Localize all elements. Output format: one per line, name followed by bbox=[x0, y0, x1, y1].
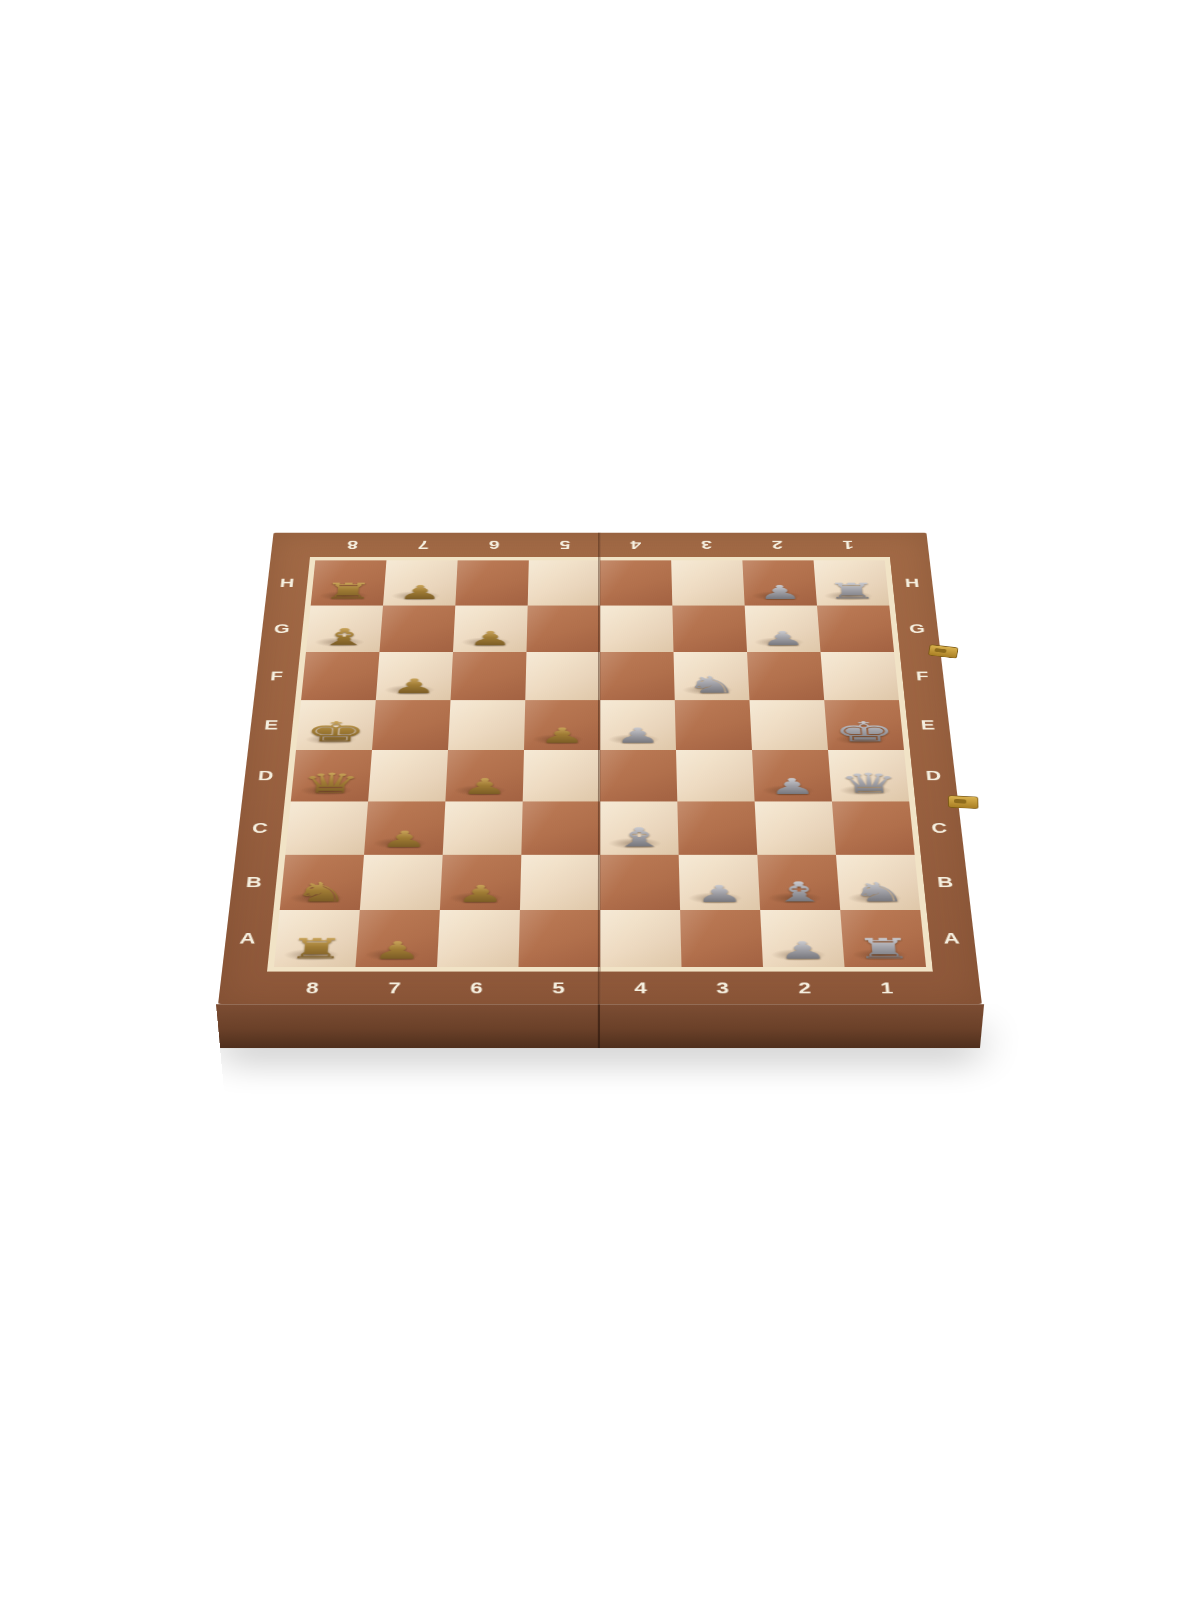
square-d1[interactable]: ♛ bbox=[828, 750, 909, 801]
piece-ground-shadow bbox=[852, 949, 909, 961]
square-h2[interactable]: ♟ bbox=[742, 560, 817, 605]
piece-white-pawn-b3[interactable]: ♟ bbox=[695, 882, 745, 905]
piece-black-pawn-e5[interactable]: ♟ bbox=[539, 725, 586, 746]
square-sheen bbox=[680, 910, 763, 967]
piece-ground-shadow bbox=[364, 949, 420, 961]
piece-white-bishop-b2[interactable]: ♝ bbox=[770, 878, 829, 905]
piece-black-king-e8[interactable]: ♚ bbox=[303, 718, 367, 746]
square-f5[interactable] bbox=[525, 652, 600, 700]
piece-white-pawn-d2[interactable]: ♟ bbox=[768, 776, 817, 798]
piece-ground-shadow bbox=[770, 949, 826, 961]
piece-white-pawn-a2[interactable]: ♟ bbox=[777, 938, 828, 962]
square-sheen bbox=[372, 700, 451, 750]
square-e2[interactable] bbox=[749, 700, 828, 750]
product-photo-canvas: ♜♟♟♜♝♟♟♟♞♚♟♟♚♛♟♟♛♟♝♞♟♟♝♞♜♟♟♜ 87654321876… bbox=[0, 0, 1200, 1600]
square-a5[interactable] bbox=[518, 910, 600, 967]
square-a1[interactable]: ♜ bbox=[840, 910, 926, 967]
coord-label-left-F: F bbox=[262, 668, 293, 683]
square-sheen bbox=[379, 606, 455, 653]
square-h6[interactable] bbox=[455, 560, 528, 605]
board-perspective-stage: ♜♟♟♜♝♟♟♟♞♚♟♟♚♛♟♟♛♟♝♞♟♟♝♞♜♟♟♜ 87654321876… bbox=[248, 398, 952, 1102]
piece-ground-shadow bbox=[448, 892, 503, 904]
square-sheen bbox=[840, 910, 926, 967]
square-sheen bbox=[443, 801, 523, 854]
coord-label-right-H: H bbox=[898, 576, 928, 590]
square-c8[interactable] bbox=[285, 801, 368, 854]
piece-ground-shadow bbox=[767, 892, 822, 904]
square-sheen bbox=[523, 750, 600, 801]
square-g6[interactable]: ♟ bbox=[453, 606, 528, 653]
square-d4[interactable] bbox=[600, 750, 677, 801]
square-sheen bbox=[600, 560, 672, 605]
square-e4[interactable]: ♟ bbox=[600, 700, 676, 750]
piece-black-rook-a8[interactable]: ♜ bbox=[286, 935, 346, 963]
piece-ground-shadow bbox=[847, 892, 903, 904]
coord-label-left-H: H bbox=[273, 576, 303, 590]
square-sheen bbox=[364, 801, 445, 854]
square-d3[interactable] bbox=[676, 750, 755, 801]
square-g3[interactable] bbox=[672, 606, 747, 653]
square-sheen bbox=[749, 700, 828, 750]
square-a8[interactable]: ♜ bbox=[274, 910, 360, 967]
coord-label-top-6: 6 bbox=[480, 538, 508, 552]
square-g8[interactable]: ♝ bbox=[306, 606, 383, 653]
square-a2[interactable]: ♟ bbox=[760, 910, 844, 967]
square-e3[interactable] bbox=[675, 700, 752, 750]
square-f4[interactable] bbox=[600, 652, 675, 700]
square-sheen bbox=[455, 560, 528, 605]
piece-white-rook-h1[interactable]: ♜ bbox=[826, 580, 879, 602]
square-sheen bbox=[448, 700, 525, 750]
square-c5[interactable] bbox=[521, 801, 600, 854]
board-front-edge bbox=[216, 1004, 984, 1048]
coord-label-right-G: G bbox=[902, 621, 932, 636]
piece-black-pawn-c7[interactable]: ♟ bbox=[380, 828, 429, 851]
piece-white-king-e1[interactable]: ♚ bbox=[833, 718, 897, 746]
piece-black-pawn-g6[interactable]: ♟ bbox=[467, 629, 513, 649]
piece-ground-shadow bbox=[373, 838, 427, 849]
square-a7[interactable]: ♟ bbox=[355, 910, 439, 967]
coord-label-top-8: 8 bbox=[338, 538, 367, 552]
piece-white-rook-a1[interactable]: ♜ bbox=[854, 935, 914, 963]
piece-ground-shadow bbox=[688, 892, 743, 904]
coord-label-top-7: 7 bbox=[409, 538, 438, 552]
square-sheen bbox=[600, 606, 674, 653]
square-f1[interactable] bbox=[821, 652, 899, 700]
coord-label-top-4: 4 bbox=[621, 538, 649, 552]
piece-ground-shadow bbox=[839, 785, 893, 796]
piece-black-rook-h8[interactable]: ♜ bbox=[322, 580, 375, 602]
square-c6[interactable] bbox=[443, 801, 523, 854]
piece-black-pawn-b6[interactable]: ♟ bbox=[456, 882, 506, 905]
coord-label-top-1: 1 bbox=[833, 538, 862, 552]
square-sheen bbox=[671, 560, 744, 605]
square-e1[interactable]: ♚ bbox=[824, 700, 904, 750]
piece-black-knight-b8[interactable]: ♞ bbox=[292, 879, 351, 906]
square-sheen bbox=[817, 606, 894, 653]
piece-black-bishop-g8[interactable]: ♝ bbox=[317, 625, 372, 648]
piece-ground-shadow bbox=[608, 838, 662, 849]
piece-black-pawn-a7[interactable]: ♟ bbox=[372, 938, 423, 962]
piece-black-queen-d8[interactable]: ♛ bbox=[300, 770, 362, 798]
square-h3[interactable] bbox=[671, 560, 744, 605]
square-sheen bbox=[672, 606, 747, 653]
square-sheen bbox=[368, 750, 448, 801]
square-h7[interactable]: ♟ bbox=[383, 560, 458, 605]
square-e7[interactable] bbox=[372, 700, 451, 750]
piece-white-pawn-e4[interactable]: ♟ bbox=[615, 725, 662, 746]
square-sheen bbox=[832, 801, 915, 854]
chess-board: ♜♟♟♜♝♟♟♟♞♚♟♟♚♛♟♟♛♟♝♞♟♟♝♞♜♟♟♜ 87654321876… bbox=[218, 533, 982, 1005]
square-sheen bbox=[600, 910, 682, 967]
coord-label-right-F: F bbox=[907, 668, 938, 683]
piece-white-queen-d1[interactable]: ♛ bbox=[838, 770, 900, 798]
square-f8[interactable] bbox=[301, 652, 379, 700]
square-sheen bbox=[528, 560, 600, 605]
piece-black-pawn-h7[interactable]: ♟ bbox=[397, 583, 442, 602]
square-sheen bbox=[677, 801, 757, 854]
piece-ground-shadow bbox=[299, 785, 353, 796]
square-c1[interactable] bbox=[832, 801, 915, 854]
coord-label-top-2: 2 bbox=[763, 538, 792, 552]
square-e6[interactable] bbox=[448, 700, 525, 750]
piece-white-bishop-c4[interactable]: ♝ bbox=[611, 824, 668, 850]
piece-white-knight-b1[interactable]: ♞ bbox=[849, 879, 908, 906]
square-g2[interactable]: ♟ bbox=[745, 606, 821, 653]
square-sheen bbox=[755, 801, 836, 854]
square-sheen bbox=[521, 801, 600, 854]
piece-ground-shadow bbox=[289, 892, 345, 904]
square-sheen bbox=[600, 801, 679, 854]
square-sheen bbox=[821, 652, 899, 700]
piece-ground-shadow bbox=[762, 785, 815, 796]
square-g4[interactable] bbox=[600, 606, 674, 653]
square-sheen bbox=[760, 910, 844, 967]
square-a3[interactable] bbox=[680, 910, 763, 967]
coord-label-top-3: 3 bbox=[692, 538, 720, 552]
square-d7[interactable] bbox=[368, 750, 448, 801]
square-a6[interactable] bbox=[437, 910, 520, 967]
square-f6[interactable] bbox=[451, 652, 527, 700]
piece-ground-shadow bbox=[283, 949, 340, 961]
piece-ground-shadow bbox=[454, 785, 507, 796]
square-sheen bbox=[285, 801, 368, 854]
square-a4[interactable] bbox=[600, 910, 682, 967]
square-sheen bbox=[525, 652, 600, 700]
coord-label-right-E: E bbox=[913, 717, 944, 733]
square-c7[interactable]: ♟ bbox=[364, 801, 445, 854]
square-sheen bbox=[675, 700, 752, 750]
square-d2[interactable]: ♟ bbox=[752, 750, 832, 801]
square-h8[interactable]: ♜ bbox=[311, 560, 387, 605]
piece-white-pawn-h2[interactable]: ♟ bbox=[757, 583, 802, 602]
coord-label-left-G: G bbox=[267, 621, 297, 636]
square-e5[interactable]: ♟ bbox=[524, 700, 600, 750]
square-c4[interactable]: ♝ bbox=[600, 801, 679, 854]
edge-fold-seam bbox=[598, 1004, 600, 1048]
piece-black-pawn-f7[interactable]: ♟ bbox=[391, 676, 438, 696]
square-g5[interactable] bbox=[526, 606, 600, 653]
square-d6[interactable]: ♟ bbox=[445, 750, 524, 801]
square-d8[interactable]: ♛ bbox=[291, 750, 372, 801]
square-f7[interactable]: ♟ bbox=[376, 652, 453, 700]
square-sheen bbox=[526, 606, 600, 653]
square-c2[interactable] bbox=[755, 801, 836, 854]
square-sheen bbox=[355, 910, 439, 967]
coord-label-left-E: E bbox=[256, 717, 287, 733]
square-sheen bbox=[451, 652, 527, 700]
square-f2[interactable] bbox=[747, 652, 824, 700]
square-e8[interactable]: ♚ bbox=[296, 700, 376, 750]
square-g1[interactable] bbox=[817, 606, 894, 653]
piece-white-pawn-g2[interactable]: ♟ bbox=[760, 629, 806, 649]
square-g7[interactable] bbox=[379, 606, 455, 653]
piece-white-knight-f3[interactable]: ♞ bbox=[685, 673, 739, 697]
square-sheen bbox=[676, 750, 755, 801]
square-sheen bbox=[747, 652, 824, 700]
square-sheen bbox=[274, 910, 360, 967]
piece-black-pawn-d6[interactable]: ♟ bbox=[461, 776, 509, 798]
square-sheen bbox=[600, 750, 677, 801]
coord-label-top-5: 5 bbox=[551, 538, 579, 552]
square-sheen bbox=[600, 652, 675, 700]
square-f3[interactable]: ♞ bbox=[674, 652, 750, 700]
square-d5[interactable] bbox=[523, 750, 600, 801]
square-sheen bbox=[518, 910, 600, 967]
square-sheen bbox=[437, 910, 520, 967]
square-h4[interactable] bbox=[600, 560, 672, 605]
square-h5[interactable] bbox=[528, 560, 600, 605]
square-c3[interactable] bbox=[677, 801, 757, 854]
square-sheen bbox=[301, 652, 379, 700]
square-h1[interactable]: ♜ bbox=[814, 560, 890, 605]
